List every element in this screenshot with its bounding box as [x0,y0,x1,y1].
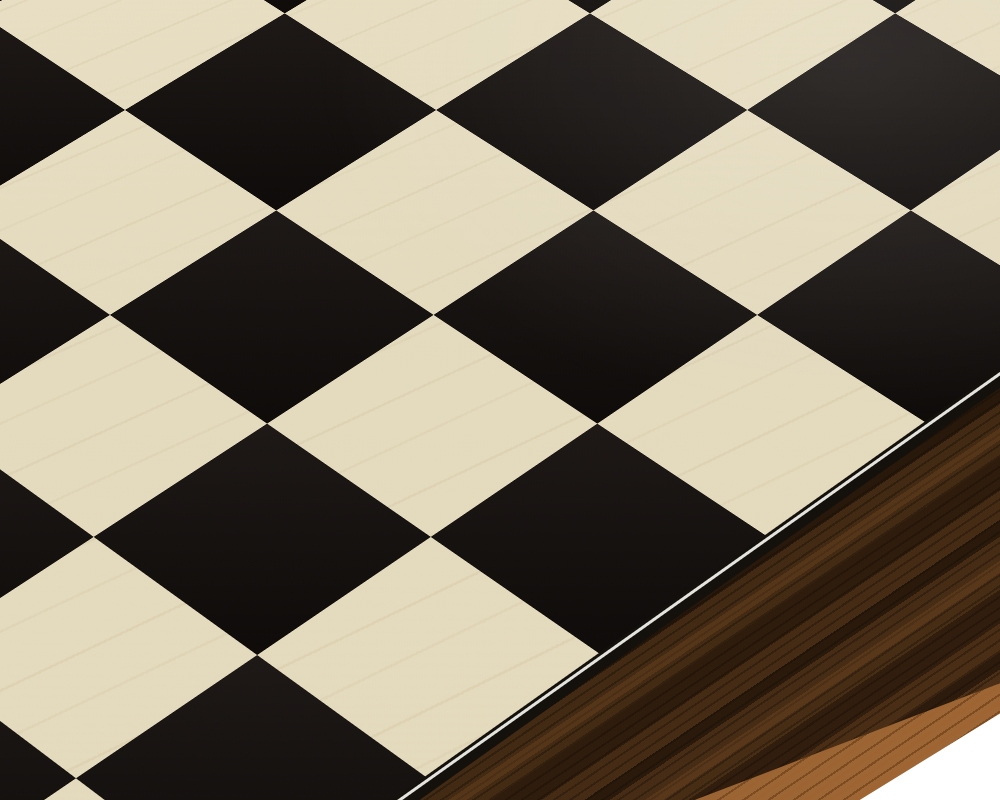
chessboard-product-photo [0,0,1000,800]
